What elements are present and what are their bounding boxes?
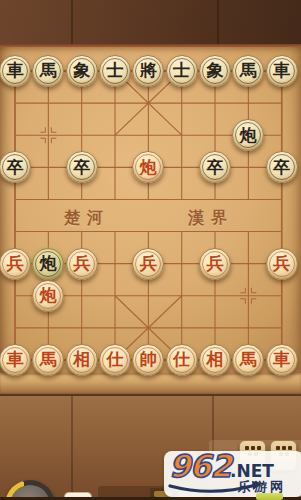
piece-black-horse[interactable]: 馬 — [232, 55, 264, 87]
piece-black-soldier[interactable]: 卒 — [266, 151, 298, 183]
piece-black-cannon[interactable]: 炮 — [232, 119, 264, 151]
piece-glyph: 士 — [106, 62, 123, 79]
piece-glyph: 士 — [173, 62, 190, 79]
piece-glyph: 車 — [6, 62, 23, 79]
piece-red-general[interactable]: 帥 — [132, 344, 164, 376]
piece-glyph: 兵 — [273, 255, 290, 272]
wall-seam — [217, 0, 219, 44]
piece-glyph: 馬 — [40, 62, 57, 79]
board-front-edge — [0, 373, 301, 396]
piece-glyph: 馬 — [40, 351, 57, 368]
piece-red-advisor[interactable]: 仕 — [166, 344, 198, 376]
piece-red-horse[interactable]: 馬 — [32, 344, 64, 376]
piece-glyph: 馬 — [240, 62, 257, 79]
piece-glyph: 帥 — [140, 351, 157, 368]
piece-glyph: 卒 — [6, 158, 23, 175]
green-button[interactable] — [256, 493, 283, 500]
table-backdrop — [0, 0, 301, 47]
watermark-number: 962 — [169, 448, 231, 484]
piece-red-elephant[interactable]: 相 — [66, 344, 98, 376]
piece-glyph: 兵 — [6, 255, 23, 272]
piece-glyph: 卒 — [73, 158, 90, 175]
piece-black-soldier[interactable]: 卒 — [0, 151, 31, 183]
piece-black-general[interactable]: 將 — [132, 55, 164, 87]
piece-glyph: 象 — [73, 62, 90, 79]
piece-red-horse[interactable]: 馬 — [232, 344, 264, 376]
piece-glyph: 炮 — [240, 126, 257, 143]
piece-glyph: 兵 — [206, 255, 223, 272]
piece-glyph: 車 — [6, 351, 23, 368]
piece-glyph: 相 — [206, 351, 223, 368]
piece-glyph: 仕 — [173, 351, 190, 368]
piece-glyph: 車 — [273, 62, 290, 79]
piece-red-chariot[interactable]: 車 — [0, 344, 31, 376]
piece-glyph: 兵 — [73, 255, 90, 272]
piece-glyph: 卒 — [273, 158, 290, 175]
piece-glyph: 象 — [206, 62, 223, 79]
piece-black-soldier[interactable]: 卒 — [66, 151, 98, 183]
wall-seam — [71, 0, 73, 44]
piece-black-chariot[interactable]: 車 — [266, 55, 298, 87]
piece-red-cannon[interactable]: 炮 — [132, 151, 164, 183]
piece-black-cannon[interactable]: 炮 — [32, 248, 64, 280]
piece-glyph: 炮 — [140, 158, 157, 175]
piece-glyph: 將 — [140, 62, 157, 79]
table-seam — [71, 396, 73, 500]
piece-black-horse[interactable]: 馬 — [32, 55, 64, 87]
piece-red-soldier[interactable]: 兵 — [266, 248, 298, 280]
game-screen: 楚河 漢界 車馬象士將士象馬車炮卒卒炮卒卒兵炮兵兵兵兵炮車馬相仕帥仕相馬車 96… — [0, 0, 301, 500]
board-top-edge — [0, 44, 301, 47]
piece-black-advisor[interactable]: 士 — [166, 55, 198, 87]
piece-red-cannon[interactable]: 炮 — [32, 280, 64, 312]
piece-red-advisor[interactable]: 仕 — [99, 344, 131, 376]
piece-black-elephant[interactable]: 象 — [199, 55, 231, 87]
piece-glyph: 兵 — [140, 255, 157, 272]
piece-glyph: 相 — [73, 351, 90, 368]
piece-black-elephant[interactable]: 象 — [66, 55, 98, 87]
piece-black-advisor[interactable]: 士 — [99, 55, 131, 87]
piece-glyph: 炮 — [40, 255, 57, 272]
piece-glyph: 車 — [273, 351, 290, 368]
piece-red-soldier[interactable]: 兵 — [66, 248, 98, 280]
piece-glyph: 卒 — [206, 158, 223, 175]
piece-black-chariot[interactable]: 車 — [0, 55, 31, 87]
tile-icon — [245, 446, 249, 450]
piece-glyph: 炮 — [40, 287, 57, 304]
piece-glyph: 仕 — [106, 351, 123, 368]
piece-red-chariot[interactable]: 車 — [266, 344, 298, 376]
piece-glyph: 馬 — [240, 351, 257, 368]
pieces-layer: 車馬象士將士象馬車炮卒卒炮卒卒兵炮兵兵兵兵炮車馬相仕帥仕相馬車 — [0, 55, 298, 376]
piece-red-elephant[interactable]: 相 — [199, 344, 231, 376]
watermark: 962 .NET 乐游网 — [164, 451, 301, 497]
piece-red-soldier[interactable]: 兵 — [0, 248, 31, 280]
piece-black-soldier[interactable]: 卒 — [199, 151, 231, 183]
piece-red-soldier[interactable]: 兵 — [132, 248, 164, 280]
piece-red-soldier[interactable]: 兵 — [199, 248, 231, 280]
tile-icon — [276, 446, 280, 450]
